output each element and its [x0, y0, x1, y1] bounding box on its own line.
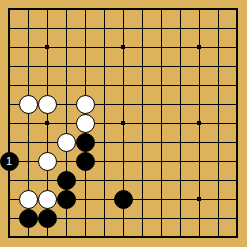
- grid-line-vertical: [142, 8, 143, 238]
- hoshi-point: [45, 45, 49, 49]
- stone-black: [114, 190, 133, 209]
- grid-line-vertical: [236, 8, 238, 238]
- hoshi-point: [197, 197, 201, 201]
- stone-white: [19, 95, 38, 114]
- grid-line-horizontal: [8, 236, 238, 238]
- stone-black: [57, 190, 76, 209]
- stone-white: [76, 114, 95, 133]
- go-board: 1: [0, 0, 247, 247]
- stone-black: [38, 209, 57, 228]
- hoshi-point: [121, 45, 125, 49]
- stone-black: [76, 152, 95, 171]
- stone-white: [76, 95, 95, 114]
- stone-white: [38, 190, 57, 209]
- grid-line-vertical: [180, 8, 181, 238]
- grid-line-horizontal: [8, 180, 238, 181]
- stone-black: [76, 133, 95, 152]
- grid-line-horizontal: [8, 142, 238, 143]
- move-number-label: 1: [6, 156, 12, 167]
- hoshi-point: [197, 121, 201, 125]
- stone-black: [57, 171, 76, 190]
- stone-white: [38, 152, 57, 171]
- hoshi-point: [197, 45, 201, 49]
- stone-black-move-1: 1: [0, 152, 19, 171]
- stone-black: [19, 209, 38, 228]
- grid-line-vertical: [218, 8, 219, 238]
- stone-white: [38, 95, 57, 114]
- grid-line-vertical: [161, 8, 162, 238]
- hoshi-point: [121, 121, 125, 125]
- stone-white: [19, 190, 38, 209]
- stone-white: [57, 133, 76, 152]
- hoshi-point: [45, 121, 49, 125]
